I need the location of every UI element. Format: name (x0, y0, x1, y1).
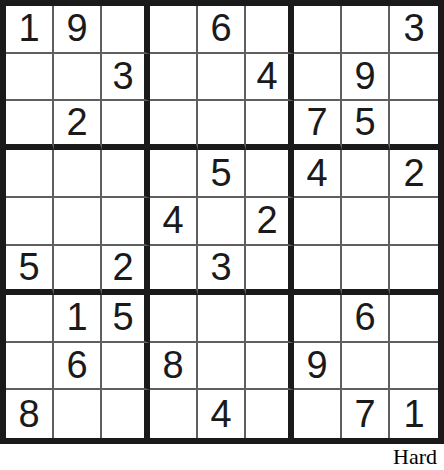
cell-r8c6-empty[interactable] (246, 343, 294, 391)
cell-r6c4-empty[interactable] (150, 246, 198, 295)
cell-r1c4-empty[interactable] (150, 6, 198, 54)
cell-r7c2-given: 1 (54, 295, 102, 343)
cell-r9c9-given: 1 (390, 390, 438, 438)
cell-r3c4-empty[interactable] (150, 101, 198, 150)
cell-r4c1-empty[interactable] (6, 150, 54, 198)
sudoku-board: 1963349275542425231566898471 (0, 0, 444, 444)
cell-r2c2-empty[interactable] (54, 54, 102, 102)
cell-r3c6-empty[interactable] (246, 101, 294, 150)
cell-r2c4-empty[interactable] (150, 54, 198, 102)
cell-r2c9-empty[interactable] (390, 54, 438, 102)
cell-r1c6-empty[interactable] (246, 6, 294, 54)
cell-r6c1-given: 5 (6, 246, 54, 295)
cell-r8c3-empty[interactable] (102, 343, 150, 391)
difficulty-label: Hard (393, 444, 437, 470)
cell-r8c2-given: 6 (54, 343, 102, 391)
cell-r5c4-given: 4 (150, 198, 198, 246)
cell-r9c4-empty[interactable] (150, 390, 198, 438)
cell-r4c7-given: 4 (294, 150, 342, 198)
cell-r8c1-empty[interactable] (6, 343, 54, 391)
cell-r7c8-given: 6 (342, 295, 390, 343)
cell-r5c3-empty[interactable] (102, 198, 150, 246)
cell-r5c6-given: 2 (246, 198, 294, 246)
cell-r6c5-given: 3 (198, 246, 246, 295)
cell-r4c4-empty[interactable] (150, 150, 198, 198)
cell-r8c8-empty[interactable] (342, 343, 390, 391)
cell-r3c3-empty[interactable] (102, 101, 150, 150)
cell-r7c6-empty[interactable] (246, 295, 294, 343)
cell-r2c3-given: 3 (102, 54, 150, 102)
cell-r8c7-given: 9 (294, 343, 342, 391)
cell-r1c9-given: 3 (390, 6, 438, 54)
cell-r9c1-given: 8 (6, 390, 54, 438)
cell-r9c5-given: 4 (198, 390, 246, 438)
cell-r3c8-given: 5 (342, 101, 390, 150)
cell-r4c2-empty[interactable] (54, 150, 102, 198)
cell-r6c8-empty[interactable] (342, 246, 390, 295)
cell-r2c7-empty[interactable] (294, 54, 342, 102)
cell-r6c3-given: 2 (102, 246, 150, 295)
cell-r1c3-empty[interactable] (102, 6, 150, 54)
cell-r4c9-given: 2 (390, 150, 438, 198)
cell-r9c8-given: 7 (342, 390, 390, 438)
cell-r9c3-empty[interactable] (102, 390, 150, 438)
cell-r8c4-given: 8 (150, 343, 198, 391)
cell-r7c9-empty[interactable] (390, 295, 438, 343)
cell-r1c5-given: 6 (198, 6, 246, 54)
cell-r3c1-empty[interactable] (6, 101, 54, 150)
cell-r4c5-given: 5 (198, 150, 246, 198)
cell-r5c9-empty[interactable] (390, 198, 438, 246)
sudoku-page: 1963349275542425231566898471 Hard (0, 0, 444, 470)
cell-r2c6-given: 4 (246, 54, 294, 102)
cell-r4c8-empty[interactable] (342, 150, 390, 198)
cell-r8c5-empty[interactable] (198, 343, 246, 391)
cell-r7c1-empty[interactable] (6, 295, 54, 343)
cell-r2c5-empty[interactable] (198, 54, 246, 102)
cell-r1c2-given: 9 (54, 6, 102, 54)
cell-r9c2-empty[interactable] (54, 390, 102, 438)
cell-r3c5-empty[interactable] (198, 101, 246, 150)
cell-r6c6-empty[interactable] (246, 246, 294, 295)
cell-r4c6-empty[interactable] (246, 150, 294, 198)
cell-r5c7-empty[interactable] (294, 198, 342, 246)
cell-r2c8-given: 9 (342, 54, 390, 102)
cell-r1c1-given: 1 (6, 6, 54, 54)
cell-r3c7-given: 7 (294, 101, 342, 150)
cell-r3c9-empty[interactable] (390, 101, 438, 150)
cell-r5c1-empty[interactable] (6, 198, 54, 246)
cell-r6c2-empty[interactable] (54, 246, 102, 295)
cell-r7c5-empty[interactable] (198, 295, 246, 343)
cell-r3c2-given: 2 (54, 101, 102, 150)
cell-r5c2-empty[interactable] (54, 198, 102, 246)
cell-r7c7-empty[interactable] (294, 295, 342, 343)
cell-r9c6-empty[interactable] (246, 390, 294, 438)
cell-r4c3-empty[interactable] (102, 150, 150, 198)
cell-r2c1-empty[interactable] (6, 54, 54, 102)
cell-r5c5-empty[interactable] (198, 198, 246, 246)
cell-r8c9-empty[interactable] (390, 343, 438, 391)
cell-r6c7-empty[interactable] (294, 246, 342, 295)
cell-r1c7-empty[interactable] (294, 6, 342, 54)
cell-r1c8-empty[interactable] (342, 6, 390, 54)
cell-r9c7-empty[interactable] (294, 390, 342, 438)
cell-r5c8-empty[interactable] (342, 198, 390, 246)
cell-r7c3-given: 5 (102, 295, 150, 343)
cell-r6c9-empty[interactable] (390, 246, 438, 295)
cell-r7c4-empty[interactable] (150, 295, 198, 343)
